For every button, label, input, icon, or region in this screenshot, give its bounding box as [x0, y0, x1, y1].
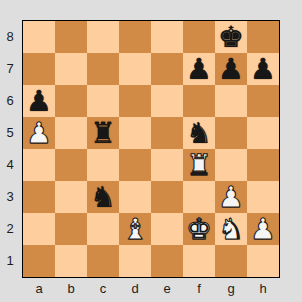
- square-c5[interactable]: ♜: [87, 117, 119, 149]
- square-a3[interactable]: [23, 181, 55, 213]
- square-c3[interactable]: ♞: [87, 181, 119, 213]
- file-label-e: e: [151, 279, 183, 299]
- square-a1[interactable]: [23, 245, 55, 277]
- board-grid: ♚♟♟♟♟♟♜♞♜♞♟♝♚♞♟: [23, 21, 279, 277]
- square-g3[interactable]: ♟: [215, 181, 247, 213]
- file-label-f: f: [183, 279, 215, 299]
- rank-label-2: 2: [0, 213, 20, 245]
- file-labels: abcdefgh: [23, 279, 279, 299]
- square-b4[interactable]: [55, 149, 87, 181]
- piece-white-bishop[interactable]: ♝: [122, 213, 148, 245]
- file-label-a: a: [23, 279, 55, 299]
- file-label-g: g: [215, 279, 247, 299]
- piece-white-rook[interactable]: ♜: [186, 149, 212, 181]
- square-d8[interactable]: [119, 21, 151, 53]
- square-g2[interactable]: ♞: [215, 213, 247, 245]
- piece-black-knight[interactable]: ♞: [90, 181, 116, 213]
- square-a6[interactable]: ♟: [23, 85, 55, 117]
- rank-label-4: 4: [0, 149, 20, 181]
- square-h6[interactable]: [247, 85, 279, 117]
- square-d7[interactable]: [119, 53, 151, 85]
- square-a2[interactable]: [23, 213, 55, 245]
- square-c4[interactable]: [87, 149, 119, 181]
- square-h8[interactable]: [247, 21, 279, 53]
- square-h5[interactable]: [247, 117, 279, 149]
- square-f2[interactable]: ♚: [183, 213, 215, 245]
- square-d6[interactable]: [119, 85, 151, 117]
- square-b6[interactable]: [55, 85, 87, 117]
- square-e6[interactable]: [151, 85, 183, 117]
- square-a4[interactable]: [23, 149, 55, 181]
- square-h3[interactable]: [247, 181, 279, 213]
- square-g5[interactable]: [215, 117, 247, 149]
- piece-black-knight[interactable]: ♞: [186, 117, 212, 149]
- square-d2[interactable]: ♝: [119, 213, 151, 245]
- rank-label-8: 8: [0, 21, 20, 53]
- square-b5[interactable]: [55, 117, 87, 149]
- rank-label-7: 7: [0, 53, 20, 85]
- piece-black-king[interactable]: ♚: [218, 21, 244, 53]
- square-b3[interactable]: [55, 181, 87, 213]
- piece-white-king[interactable]: ♚: [186, 213, 212, 245]
- rank-label-6: 6: [0, 85, 20, 117]
- square-a8[interactable]: [23, 21, 55, 53]
- piece-white-pawn[interactable]: ♟: [26, 117, 52, 149]
- square-a7[interactable]: [23, 53, 55, 85]
- square-c6[interactable]: [87, 85, 119, 117]
- rank-label-5: 5: [0, 117, 20, 149]
- file-label-d: d: [119, 279, 151, 299]
- square-g4[interactable]: [215, 149, 247, 181]
- square-h2[interactable]: ♟: [247, 213, 279, 245]
- file-label-c: c: [87, 279, 119, 299]
- square-a5[interactable]: ♟: [23, 117, 55, 149]
- square-e1[interactable]: [151, 245, 183, 277]
- piece-black-pawn[interactable]: ♟: [186, 53, 212, 85]
- square-f4[interactable]: ♜: [183, 149, 215, 181]
- square-e2[interactable]: [151, 213, 183, 245]
- square-g6[interactable]: [215, 85, 247, 117]
- piece-black-pawn[interactable]: ♟: [218, 53, 244, 85]
- file-label-b: b: [55, 279, 87, 299]
- rank-labels: 87654321: [0, 20, 22, 278]
- square-d4[interactable]: [119, 149, 151, 181]
- square-c7[interactable]: [87, 53, 119, 85]
- square-e7[interactable]: [151, 53, 183, 85]
- square-d3[interactable]: [119, 181, 151, 213]
- piece-white-pawn[interactable]: ♟: [218, 181, 244, 213]
- square-h1[interactable]: [247, 245, 279, 277]
- square-c8[interactable]: [87, 21, 119, 53]
- square-h7[interactable]: ♟: [247, 53, 279, 85]
- square-e5[interactable]: [151, 117, 183, 149]
- square-f8[interactable]: [183, 21, 215, 53]
- square-e4[interactable]: [151, 149, 183, 181]
- rank-label-1: 1: [0, 245, 20, 277]
- square-f5[interactable]: ♞: [183, 117, 215, 149]
- square-c1[interactable]: [87, 245, 119, 277]
- piece-black-pawn[interactable]: ♟: [26, 85, 52, 117]
- square-f6[interactable]: [183, 85, 215, 117]
- square-f3[interactable]: [183, 181, 215, 213]
- square-f1[interactable]: [183, 245, 215, 277]
- square-d1[interactable]: [119, 245, 151, 277]
- square-e3[interactable]: [151, 181, 183, 213]
- square-b7[interactable]: [55, 53, 87, 85]
- piece-black-rook[interactable]: ♜: [90, 117, 116, 149]
- square-b2[interactable]: [55, 213, 87, 245]
- square-f7[interactable]: ♟: [183, 53, 215, 85]
- file-label-h: h: [247, 279, 279, 299]
- square-c2[interactable]: [87, 213, 119, 245]
- square-b8[interactable]: [55, 21, 87, 53]
- square-e8[interactable]: [151, 21, 183, 53]
- chess-board: ♚♟♟♟♟♟♜♞♜♞♟♝♚♞♟: [22, 20, 280, 278]
- piece-black-pawn[interactable]: ♟: [250, 53, 276, 85]
- square-g8[interactable]: ♚: [215, 21, 247, 53]
- rank-label-3: 3: [0, 181, 20, 213]
- square-d5[interactable]: [119, 117, 151, 149]
- square-h4[interactable]: [247, 149, 279, 181]
- square-g7[interactable]: ♟: [215, 53, 247, 85]
- square-g1[interactable]: [215, 245, 247, 277]
- piece-white-knight[interactable]: ♞: [218, 213, 244, 245]
- piece-white-pawn[interactable]: ♟: [250, 213, 276, 245]
- square-b1[interactable]: [55, 245, 87, 277]
